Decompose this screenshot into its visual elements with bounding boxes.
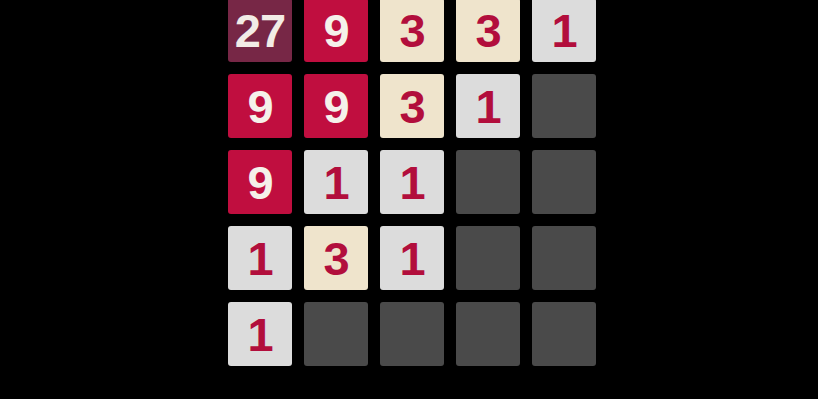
tile-3: 3 [304,226,368,290]
empty-cell [532,150,596,214]
tile-1: 1 [456,74,520,138]
tile-1: 1 [532,0,596,62]
tile-3: 3 [380,74,444,138]
empty-cell [532,226,596,290]
tile-9: 9 [228,150,292,214]
tile-9: 9 [304,74,368,138]
tile-1: 1 [380,150,444,214]
tile-1: 1 [228,226,292,290]
tile-9: 9 [228,74,292,138]
tile-9: 9 [304,0,368,62]
empty-cell [456,226,520,290]
tile-3: 3 [456,0,520,62]
empty-cell [532,74,596,138]
empty-cell [456,302,520,366]
empty-cell [456,150,520,214]
tile-1: 1 [304,150,368,214]
empty-cell [380,302,444,366]
tile-27: 27 [228,0,292,62]
empty-cell [304,302,368,366]
tile-1: 1 [380,226,444,290]
tile-1: 1 [228,302,292,366]
game-board[interactable]: 27933199319111311 [228,0,596,366]
tile-3: 3 [380,0,444,62]
game-background: 27933199319111311 [0,0,818,399]
empty-cell [532,302,596,366]
